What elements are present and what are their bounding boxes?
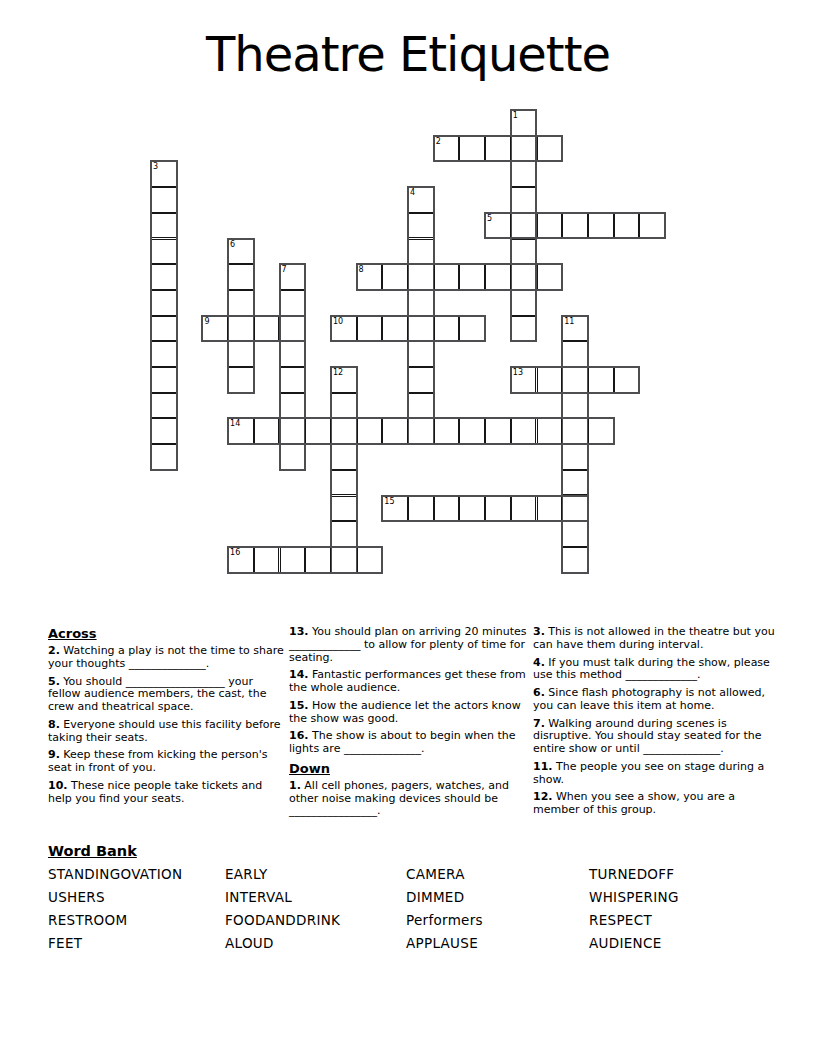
clue-number: 5.: [48, 675, 60, 688]
grid-cell[interactable]: [357, 316, 383, 342]
grid-cell[interactable]: [562, 393, 588, 419]
grid-cell[interactable]: [357, 418, 383, 444]
grid-cell[interactable]: [408, 367, 434, 393]
grid-cell[interactable]: [228, 367, 254, 393]
grid-cell[interactable]: [228, 290, 254, 316]
word-bank-item: RESPECT: [589, 912, 769, 935]
grid-cell[interactable]: [331, 418, 357, 444]
grid-cell[interactable]: [511, 161, 537, 187]
word-bank-item: Performers: [406, 912, 589, 935]
grid-cell[interactable]: [537, 136, 563, 162]
clue: 6. Since flash photography is not allowe…: [533, 687, 777, 713]
grid-cell[interactable]: [408, 341, 434, 367]
clue: 15. How the audience let the actors know…: [289, 700, 531, 726]
clue-number: 7.: [533, 717, 545, 730]
grid-cell[interactable]: [228, 547, 254, 573]
grid-cell[interactable]: [331, 367, 357, 393]
grid-cell[interactable]: [280, 444, 306, 470]
grid-cell[interactable]: [408, 187, 434, 213]
grid-cell[interactable]: [331, 547, 357, 573]
grid-cell[interactable]: [280, 264, 306, 290]
grid-cell[interactable]: [357, 547, 383, 573]
clue: 11. The people you see on stage during a…: [533, 761, 777, 787]
word-bank-item: DIMMED: [406, 889, 589, 912]
grid-cell[interactable]: [408, 418, 434, 444]
grid-cell[interactable]: [280, 418, 306, 444]
clue-number: 14.: [289, 668, 309, 681]
grid-cell[interactable]: [382, 316, 408, 342]
word-bank-header: Word Bank: [48, 843, 137, 859]
grid-cell[interactable]: [562, 470, 588, 496]
page-title: Theatre Etiquette: [0, 26, 816, 82]
word-bank-item: FEET: [48, 935, 225, 958]
grid-cell[interactable]: [562, 496, 588, 522]
grid-cell[interactable]: [614, 213, 640, 239]
grid-cell[interactable]: [408, 393, 434, 419]
grid-cell[interactable]: [151, 213, 177, 239]
grid-cell[interactable]: [537, 418, 563, 444]
grid-cell[interactable]: [562, 341, 588, 367]
clue: 7. Walking around during scenes is disru…: [533, 718, 777, 756]
grid-cell[interactable]: [280, 547, 306, 573]
grid-cell[interactable]: [562, 367, 588, 393]
grid-cell[interactable]: [331, 496, 357, 522]
grid-cell[interactable]: [331, 470, 357, 496]
grid-cell[interactable]: [562, 213, 588, 239]
word-bank-item: USHERS: [48, 889, 225, 912]
word-bank-item: APPLAUSE: [406, 935, 589, 958]
word-bank: STANDINGOVATIONEARLYCAMERATURNEDOFFUSHER…: [48, 866, 769, 958]
grid-cell[interactable]: [588, 418, 614, 444]
grid-cell[interactable]: [151, 393, 177, 419]
grid-cell[interactable]: [280, 290, 306, 316]
clue-number: 2.: [48, 644, 60, 657]
grid-cell[interactable]: [614, 367, 640, 393]
grid-cell[interactable]: [228, 264, 254, 290]
clue-number: 11.: [533, 760, 553, 773]
grid-cell[interactable]: [485, 136, 511, 162]
across-header: Across: [48, 626, 284, 641]
grid-cell[interactable]: [537, 496, 563, 522]
grid-cell[interactable]: [408, 264, 434, 290]
grid-cell[interactable]: [511, 213, 537, 239]
grid-cell[interactable]: [305, 547, 331, 573]
clue-number: 4.: [533, 656, 545, 669]
grid-cell[interactable]: [511, 496, 537, 522]
clue-column-right: 3. This is not allowed in the theatre bu…: [533, 626, 777, 822]
grid-cell[interactable]: [562, 418, 588, 444]
grid-cell[interactable]: [280, 393, 306, 419]
grid-cell[interactable]: [459, 418, 485, 444]
down-clues-part2: 3. This is not allowed in the theatre bu…: [533, 626, 777, 817]
grid-cell[interactable]: [485, 418, 511, 444]
grid-cell[interactable]: [588, 213, 614, 239]
grid-cell[interactable]: [562, 547, 588, 573]
grid-cell[interactable]: [459, 264, 485, 290]
clue-number: 9.: [48, 748, 60, 761]
grid-cell[interactable]: [382, 264, 408, 290]
clue-number: 8.: [48, 718, 60, 731]
word-bank-item: INTERVAL: [225, 889, 406, 912]
grid-cell[interactable]: [331, 444, 357, 470]
clue: 12. When you see a show, you are a membe…: [533, 791, 777, 817]
grid-cell[interactable]: [459, 496, 485, 522]
grid-cell[interactable]: [639, 213, 665, 239]
grid-cell[interactable]: [254, 316, 280, 342]
grid-cell[interactable]: [434, 316, 460, 342]
grid-cell[interactable]: [434, 496, 460, 522]
grid-cell[interactable]: [562, 521, 588, 547]
grid-cell[interactable]: [228, 341, 254, 367]
word-bank-item: ALOUD: [225, 935, 406, 958]
grid-cell[interactable]: [485, 264, 511, 290]
grid-cell[interactable]: [228, 316, 254, 342]
grid-cell[interactable]: [562, 316, 588, 342]
grid-cell[interactable]: [485, 213, 511, 239]
grid-cell[interactable]: [408, 213, 434, 239]
grid-cell[interactable]: [511, 367, 537, 393]
grid-cell[interactable]: [408, 239, 434, 265]
grid-cell[interactable]: [408, 496, 434, 522]
clue-number: 6.: [533, 686, 545, 699]
grid-cell[interactable]: [434, 264, 460, 290]
grid-cell[interactable]: [331, 393, 357, 419]
clue-number: 15.: [289, 699, 309, 712]
grid-cell[interactable]: [331, 316, 357, 342]
grid-cell[interactable]: [562, 444, 588, 470]
clue: 8. Everyone should use this facility bef…: [48, 719, 284, 745]
crossword-worksheet: { "game": "crossword", "title": "Theatre…: [0, 0, 816, 1056]
grid-cell[interactable]: [280, 367, 306, 393]
clue: 13. You should plan on arriving 20 minut…: [289, 626, 531, 664]
grid-cell[interactable]: [459, 136, 485, 162]
grid-cell[interactable]: [202, 316, 228, 342]
grid-cell[interactable]: [151, 444, 177, 470]
word-bank-item: FOODANDDRINK: [225, 912, 406, 935]
grid-cell[interactable]: [459, 316, 485, 342]
grid-cell[interactable]: [228, 418, 254, 444]
word-bank-item: STANDINGOVATION: [48, 866, 225, 889]
clue-number: 16.: [289, 729, 309, 742]
down-clues-part1: 1. All cell phones, pagers, watches, and…: [289, 780, 531, 818]
grid-cell[interactable]: [151, 418, 177, 444]
word-bank-item: AUDIENCE: [589, 935, 769, 958]
word-bank-item: CAMERA: [406, 866, 589, 889]
across-clues-part2: 13. You should plan on arriving 20 minut…: [289, 626, 531, 756]
grid-cell[interactable]: [151, 367, 177, 393]
grid-cell[interactable]: [382, 418, 408, 444]
clue-number: 10.: [48, 779, 68, 792]
grid-cell[interactable]: [537, 264, 563, 290]
grid-cell[interactable]: [511, 187, 537, 213]
grid-cell[interactable]: [485, 496, 511, 522]
grid-cell[interactable]: [408, 290, 434, 316]
clue: 9. Keep these from kicking the person's …: [48, 749, 284, 775]
clue-number: 13.: [289, 625, 309, 638]
grid-cell[interactable]: [331, 521, 357, 547]
clue: 1. All cell phones, pagers, watches, and…: [289, 780, 531, 818]
grid-cell[interactable]: [511, 136, 537, 162]
grid-cell[interactable]: [511, 239, 537, 265]
across-clues-part1: 2. Watching a play is not the time to sh…: [48, 645, 284, 805]
word-bank-item: TURNEDOFF: [589, 866, 769, 889]
grid-cell[interactable]: [254, 418, 280, 444]
grid-cell[interactable]: [511, 290, 537, 316]
grid-cell[interactable]: [511, 418, 537, 444]
grid-cell[interactable]: [151, 239, 177, 265]
grid-cell[interactable]: [588, 367, 614, 393]
grid-cell[interactable]: [254, 547, 280, 573]
grid-cell[interactable]: [434, 418, 460, 444]
grid-cell[interactable]: [228, 239, 254, 265]
grid-cell[interactable]: [408, 316, 434, 342]
grid-cell[interactable]: [151, 290, 177, 316]
grid-cell[interactable]: [511, 264, 537, 290]
grid-cell[interactable]: [151, 264, 177, 290]
clue: 14. Fantastic performances get these fro…: [289, 669, 531, 695]
word-bank-item: WHISPERING: [589, 889, 769, 912]
grid-cell[interactable]: [280, 341, 306, 367]
clue: 5. You should __________________ your fe…: [48, 676, 284, 714]
grid-cell[interactable]: [434, 136, 460, 162]
grid-cell[interactable]: [537, 213, 563, 239]
down-header: Down: [289, 761, 531, 776]
clue: 16. The show is about to begin when the …: [289, 730, 531, 756]
clue: 2. Watching a play is not the time to sh…: [48, 645, 284, 671]
grid-cell[interactable]: [280, 316, 306, 342]
grid-cell[interactable]: [305, 418, 331, 444]
grid-cell[interactable]: [537, 367, 563, 393]
grid-cell[interactable]: [511, 316, 537, 342]
grid-cell[interactable]: [151, 316, 177, 342]
clue-column-left: Across 2. Watching a play is not the tim…: [48, 626, 284, 810]
clue: 4. If you must talk during the show, ple…: [533, 657, 777, 683]
clue-number: 1.: [289, 779, 301, 792]
grid-cell[interactable]: [151, 161, 177, 187]
grid-cell[interactable]: [382, 496, 408, 522]
word-bank-item: RESTROOM: [48, 912, 225, 935]
grid-cell[interactable]: [357, 264, 383, 290]
clue-column-middle: 13. You should plan on arriving 20 minut…: [289, 626, 531, 823]
clue-number: 3.: [533, 625, 545, 638]
clue: 10. These nice people take tickets and h…: [48, 780, 284, 806]
grid-cell[interactable]: [511, 110, 537, 136]
grid-cell[interactable]: [151, 187, 177, 213]
clue-number: 12.: [533, 790, 553, 803]
grid-cell[interactable]: [151, 341, 177, 367]
clue: 3. This is not allowed in the theatre bu…: [533, 626, 777, 652]
word-bank-item: EARLY: [225, 866, 406, 889]
